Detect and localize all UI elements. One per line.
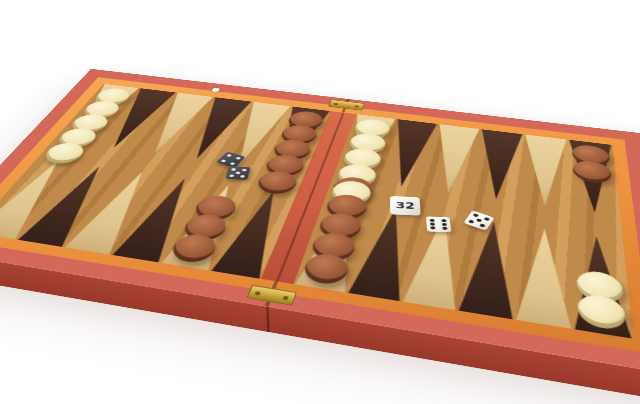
cream-checker[interactable] — [577, 292, 627, 332]
point — [347, 205, 420, 302]
point — [514, 225, 573, 329]
point — [160, 181, 251, 270]
field-left — [0, 84, 331, 279]
brown-checker[interactable] — [323, 193, 369, 222]
point — [457, 218, 519, 319]
brown-checker[interactable] — [330, 175, 375, 202]
cream-checker[interactable] — [576, 269, 624, 306]
brown-checker[interactable] — [316, 211, 364, 242]
brown-checker[interactable] — [179, 212, 231, 243]
point — [17, 163, 121, 247]
point — [570, 232, 633, 338]
point — [210, 188, 297, 279]
brown-checker[interactable] — [191, 194, 241, 223]
field-right — [293, 114, 633, 339]
point — [293, 198, 372, 293]
inner-rail — [0, 77, 640, 354]
point — [111, 175, 207, 262]
brown-checker[interactable] — [300, 251, 351, 286]
brown-checker[interactable] — [167, 232, 221, 265]
point — [63, 169, 163, 254]
point — [425, 124, 481, 196]
point — [0, 158, 79, 240]
point — [520, 134, 569, 209]
photo-background: 32 — [0, 0, 640, 404]
point — [472, 129, 524, 202]
cream-checker[interactable] — [328, 179, 373, 207]
board-case: 32 — [0, 69, 640, 376]
backgammon-set: 32 — [0, 69, 640, 376]
brown-checker[interactable] — [308, 231, 358, 264]
